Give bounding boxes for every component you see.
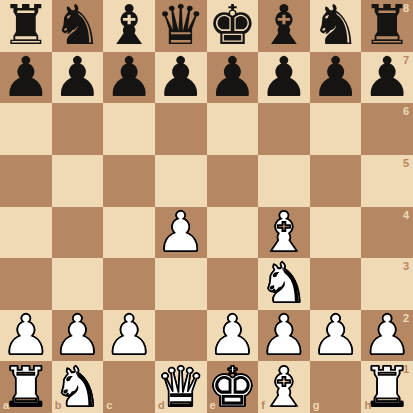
piece-black-pawn[interactable]: ♟ xyxy=(208,52,257,103)
chess-board: ♜♞♝♛♚♝♞♜8♟♟♟♟♟♟♟♟765♟♝4♞3♟♟♟♟♟♟♟2♜a♞bc♛d… xyxy=(0,0,413,413)
square-c7[interactable]: ♟ xyxy=(103,52,155,104)
square-c3[interactable] xyxy=(103,258,155,310)
piece-black-king[interactable]: ♚ xyxy=(208,0,257,51)
piece-black-pawn[interactable]: ♟ xyxy=(363,52,412,103)
square-a3[interactable] xyxy=(0,258,52,310)
square-g7[interactable]: ♟ xyxy=(310,52,362,104)
piece-black-rook[interactable]: ♜ xyxy=(1,0,50,51)
coordinate-rank-5: 5 xyxy=(403,158,409,169)
square-d8[interactable]: ♛ xyxy=(155,0,207,52)
square-h7[interactable]: ♟7 xyxy=(361,52,413,104)
square-e5[interactable] xyxy=(207,155,259,207)
piece-black-pawn[interactable]: ♟ xyxy=(259,52,308,103)
piece-white-king[interactable]: ♚ xyxy=(208,362,257,413)
coordinate-rank-4: 4 xyxy=(403,210,409,221)
square-b8[interactable]: ♞ xyxy=(52,0,104,52)
piece-black-pawn[interactable]: ♟ xyxy=(156,52,205,103)
piece-black-bishop[interactable]: ♝ xyxy=(104,0,153,51)
square-a5[interactable] xyxy=(0,155,52,207)
square-f1[interactable]: ♝f xyxy=(258,361,310,413)
square-f5[interactable] xyxy=(258,155,310,207)
square-b6[interactable] xyxy=(52,103,104,155)
coordinate-rank-3: 3 xyxy=(403,261,409,272)
square-c4[interactable] xyxy=(103,207,155,259)
coordinate-file-g: g xyxy=(313,400,320,411)
piece-white-queen[interactable]: ♛ xyxy=(156,362,205,413)
square-g6[interactable] xyxy=(310,103,362,155)
square-e3[interactable] xyxy=(207,258,259,310)
square-d2[interactable] xyxy=(155,310,207,362)
square-a4[interactable] xyxy=(0,207,52,259)
square-f3[interactable]: ♞ xyxy=(258,258,310,310)
piece-white-pawn[interactable]: ♟ xyxy=(259,310,308,361)
piece-white-pawn[interactable]: ♟ xyxy=(53,310,102,361)
square-h6[interactable]: 6 xyxy=(361,103,413,155)
piece-black-rook[interactable]: ♜ xyxy=(363,0,412,51)
square-d4[interactable]: ♟ xyxy=(155,207,207,259)
square-h2[interactable]: ♟2 xyxy=(361,310,413,362)
square-g5[interactable] xyxy=(310,155,362,207)
piece-white-pawn[interactable]: ♟ xyxy=(208,310,257,361)
piece-black-pawn[interactable]: ♟ xyxy=(311,52,360,103)
square-b7[interactable]: ♟ xyxy=(52,52,104,104)
square-b5[interactable] xyxy=(52,155,104,207)
square-a8[interactable]: ♜ xyxy=(0,0,52,52)
square-h1[interactable]: ♜1h xyxy=(361,361,413,413)
square-g3[interactable] xyxy=(310,258,362,310)
square-e2[interactable]: ♟ xyxy=(207,310,259,362)
square-h3[interactable]: 3 xyxy=(361,258,413,310)
piece-black-pawn[interactable]: ♟ xyxy=(1,52,50,103)
square-e1[interactable]: ♚e xyxy=(207,361,259,413)
piece-white-pawn[interactable]: ♟ xyxy=(156,207,205,258)
piece-black-knight[interactable]: ♞ xyxy=(311,0,360,51)
square-e7[interactable]: ♟ xyxy=(207,52,259,104)
square-e8[interactable]: ♚ xyxy=(207,0,259,52)
coordinate-rank-6: 6 xyxy=(403,106,409,117)
square-h8[interactable]: ♜8 xyxy=(361,0,413,52)
square-d3[interactable] xyxy=(155,258,207,310)
square-d7[interactable]: ♟ xyxy=(155,52,207,104)
square-d5[interactable] xyxy=(155,155,207,207)
square-c6[interactable] xyxy=(103,103,155,155)
piece-white-pawn[interactable]: ♟ xyxy=(104,310,153,361)
piece-black-queen[interactable]: ♛ xyxy=(156,0,205,51)
square-b4[interactable] xyxy=(52,207,104,259)
coordinate-file-c: c xyxy=(106,400,112,411)
square-f4[interactable]: ♝ xyxy=(258,207,310,259)
piece-white-knight[interactable]: ♞ xyxy=(53,362,102,413)
piece-black-bishop[interactable]: ♝ xyxy=(259,0,308,51)
square-c1[interactable]: c xyxy=(103,361,155,413)
square-a2[interactable]: ♟ xyxy=(0,310,52,362)
piece-white-bishop[interactable]: ♝ xyxy=(259,362,308,413)
square-f7[interactable]: ♟ xyxy=(258,52,310,104)
square-e6[interactable] xyxy=(207,103,259,155)
square-f6[interactable] xyxy=(258,103,310,155)
piece-white-rook[interactable]: ♜ xyxy=(1,362,50,413)
square-c5[interactable] xyxy=(103,155,155,207)
square-g8[interactable]: ♞ xyxy=(310,0,362,52)
piece-black-knight[interactable]: ♞ xyxy=(53,0,102,51)
piece-black-pawn[interactable]: ♟ xyxy=(104,52,153,103)
square-g1[interactable]: g xyxy=(310,361,362,413)
square-a6[interactable] xyxy=(0,103,52,155)
square-a1[interactable]: ♜a xyxy=(0,361,52,413)
piece-white-pawn[interactable]: ♟ xyxy=(1,310,50,361)
square-b2[interactable]: ♟ xyxy=(52,310,104,362)
square-g2[interactable]: ♟ xyxy=(310,310,362,362)
piece-white-pawn[interactable]: ♟ xyxy=(311,310,360,361)
square-g4[interactable] xyxy=(310,207,362,259)
square-c8[interactable]: ♝ xyxy=(103,0,155,52)
piece-white-rook[interactable]: ♜ xyxy=(363,362,412,413)
square-h4[interactable]: 4 xyxy=(361,207,413,259)
square-d1[interactable]: ♛d xyxy=(155,361,207,413)
square-e4[interactable] xyxy=(207,207,259,259)
piece-white-knight[interactable]: ♞ xyxy=(259,258,308,309)
piece-white-pawn[interactable]: ♟ xyxy=(363,310,412,361)
square-f8[interactable]: ♝ xyxy=(258,0,310,52)
piece-white-bishop[interactable]: ♝ xyxy=(259,207,308,258)
square-d6[interactable] xyxy=(155,103,207,155)
square-h5[interactable]: 5 xyxy=(361,155,413,207)
piece-black-pawn[interactable]: ♟ xyxy=(53,52,102,103)
square-b3[interactable] xyxy=(52,258,104,310)
square-f2[interactable]: ♟ xyxy=(258,310,310,362)
square-b1[interactable]: ♞b xyxy=(52,361,104,413)
square-c2[interactable]: ♟ xyxy=(103,310,155,362)
square-a7[interactable]: ♟ xyxy=(0,52,52,104)
